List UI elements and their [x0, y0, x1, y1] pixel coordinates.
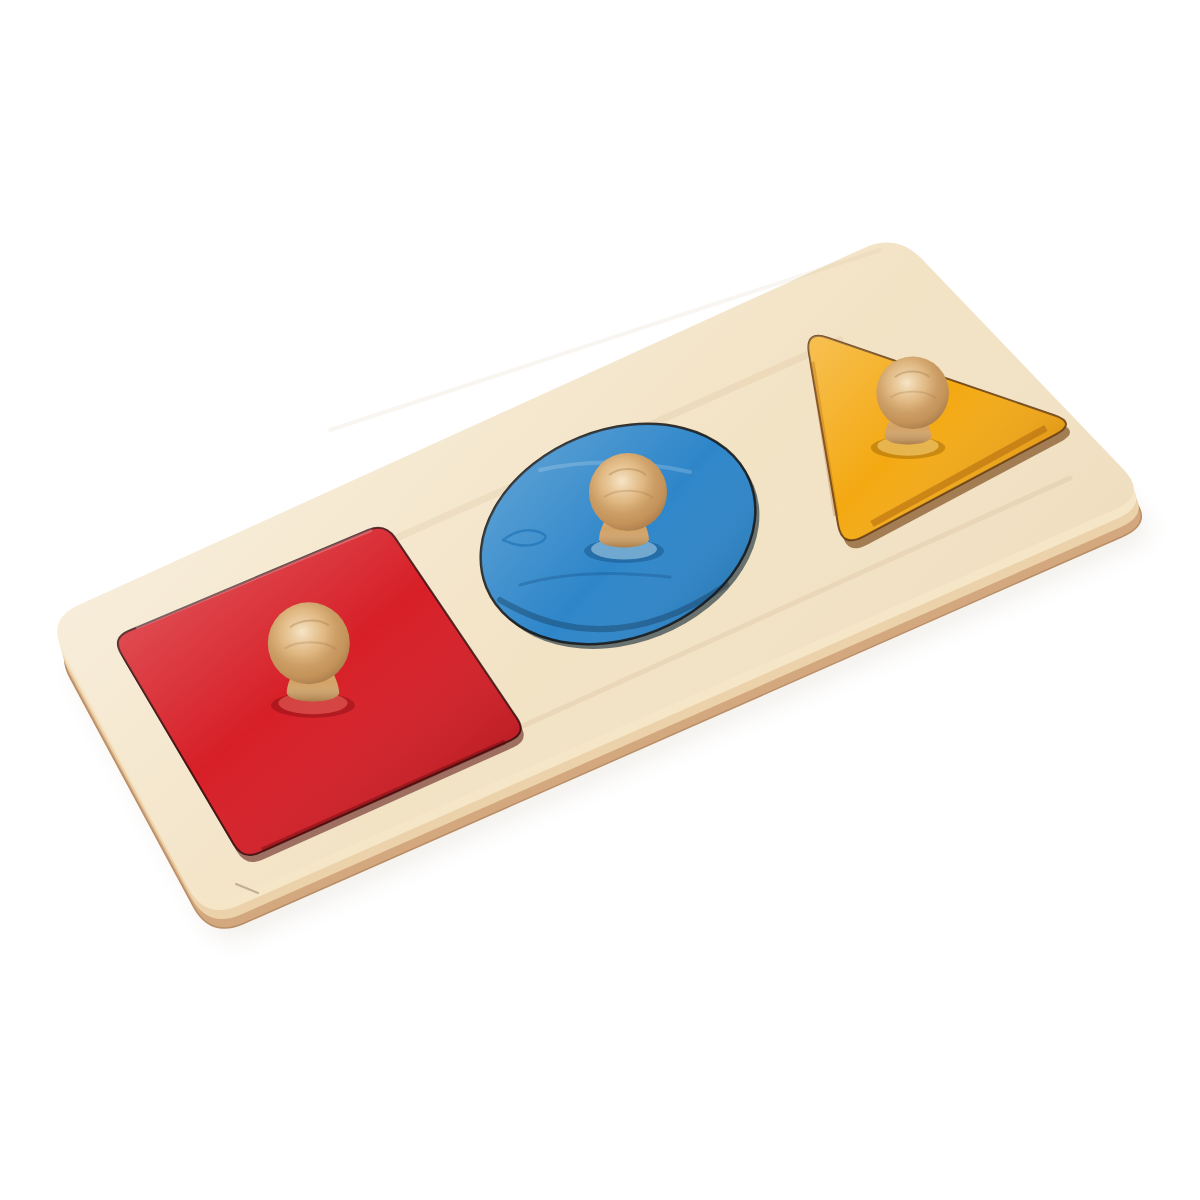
triangle-knob-ball-shade	[876, 357, 949, 430]
shape-puzzle-photo	[0, 0, 1200, 1200]
product-photo	[0, 0, 1200, 1200]
circle-knob-ball-shade	[589, 453, 667, 531]
circle-knob[interactable]	[584, 453, 667, 563]
square-knob[interactable]	[268, 602, 355, 718]
